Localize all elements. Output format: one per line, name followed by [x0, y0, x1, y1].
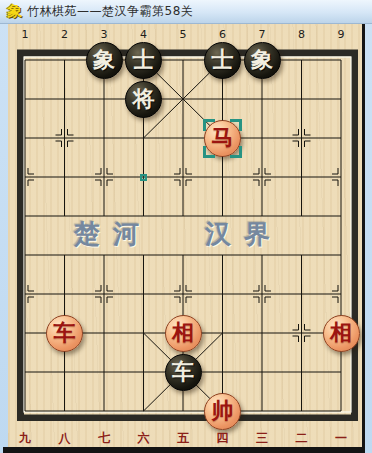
- intersection-9-2[interactable]: [321, 80, 361, 119]
- intersection-8-8[interactable]: [282, 314, 322, 353]
- file-label-top-9: 9: [331, 28, 351, 41]
- file-label-bottom-4: 六: [133, 430, 155, 447]
- intersection-1-2[interactable]: [5, 80, 45, 119]
- intersection-7-9[interactable]: [242, 353, 282, 392]
- file-label-top-8: 8: [292, 28, 312, 41]
- file-label-bottom-8: 二: [291, 430, 313, 447]
- file-label-bottom-1: 九: [14, 430, 36, 447]
- piece-black-士[interactable]: 士: [204, 42, 241, 79]
- intersection-7-7[interactable]: [242, 275, 282, 314]
- intersection-4-5[interactable]: [124, 197, 164, 236]
- intersection-8-7[interactable]: [282, 275, 322, 314]
- file-label-bottom-6: 四: [212, 430, 234, 447]
- file-label-bottom-7: 三: [251, 430, 273, 447]
- intersection-5-7[interactable]: [163, 275, 203, 314]
- intersection-6-1[interactable]: 士: [203, 41, 243, 80]
- piece-red-相[interactable]: 相: [323, 315, 360, 352]
- intersection-2-5[interactable]: [45, 197, 85, 236]
- intersection-9-9[interactable]: [321, 353, 361, 392]
- intersection-3-6[interactable]: [84, 236, 124, 275]
- app-window: 象 竹林棋苑——楚汉争霸第58关 123456789 楚河 汉界 象士士象将马车…: [0, 0, 372, 453]
- piece-red-马[interactable]: 马: [204, 120, 241, 157]
- intersection-7-2[interactable]: [242, 80, 282, 119]
- intersection-4-6[interactable]: [124, 236, 164, 275]
- intersection-3-1[interactable]: 象: [84, 41, 124, 80]
- intersection-1-8[interactable]: [5, 314, 45, 353]
- piece-glyph: 车: [54, 322, 76, 344]
- intersection-9-10[interactable]: [321, 392, 361, 431]
- intersection-2-10[interactable]: [45, 392, 85, 431]
- window-title: 竹林棋苑——楚汉争霸第58关: [27, 3, 193, 20]
- intersection-8-2[interactable]: [282, 80, 322, 119]
- piece-glyph: 帅: [212, 400, 234, 422]
- titlebar[interactable]: 象 竹林棋苑——楚汉争霸第58关: [0, 0, 372, 24]
- intersection-2-6[interactable]: [45, 236, 85, 275]
- intersection-4-3[interactable]: [124, 119, 164, 158]
- window-bottom-border: [3, 447, 365, 453]
- intersection-8-1[interactable]: [282, 41, 322, 80]
- window-right-border: [362, 24, 365, 453]
- intersection-8-9[interactable]: [282, 353, 322, 392]
- intersection-7-8[interactable]: [242, 314, 282, 353]
- intersection-1-9[interactable]: [5, 353, 45, 392]
- intersection-6-4[interactable]: [203, 158, 243, 197]
- intersection-8-5[interactable]: [282, 197, 322, 236]
- intersection-7-4[interactable]: [242, 158, 282, 197]
- intersection-7-1[interactable]: 象: [242, 41, 282, 80]
- intersection-4-8[interactable]: [124, 314, 164, 353]
- piece-glyph: 将: [133, 88, 155, 110]
- intersection-9-5[interactable]: [321, 197, 361, 236]
- intersection-1-10[interactable]: [5, 392, 45, 431]
- board-grid: 象士士象将马车相相车帅: [5, 41, 361, 431]
- intersection-8-6[interactable]: [282, 236, 322, 275]
- intersection-5-5[interactable]: [163, 197, 203, 236]
- intersection-2-2[interactable]: [45, 80, 85, 119]
- file-label-top-4: 4: [134, 28, 154, 41]
- intersection-9-8[interactable]: 相: [321, 314, 361, 353]
- piece-black-象[interactable]: 象: [244, 42, 281, 79]
- file-label-top-2: 2: [55, 28, 75, 41]
- app-icon: 象: [7, 4, 22, 19]
- intersection-6-10[interactable]: 帅: [203, 392, 243, 431]
- intersection-2-9[interactable]: [45, 353, 85, 392]
- piece-glyph: 车: [172, 361, 194, 383]
- piece-glyph: 象: [93, 49, 115, 71]
- intersection-5-3[interactable]: [163, 119, 203, 158]
- intersection-7-3[interactable]: [242, 119, 282, 158]
- intersection-3-4[interactable]: [84, 158, 124, 197]
- piece-red-车[interactable]: 车: [46, 315, 83, 352]
- bottom-coordinates: 九八七六五四三二一: [8, 428, 362, 447]
- intersection-2-4[interactable]: [45, 158, 85, 197]
- piece-black-象[interactable]: 象: [86, 42, 123, 79]
- intersection-1-5[interactable]: [5, 197, 45, 236]
- intersection-8-3[interactable]: [282, 119, 322, 158]
- intersection-2-3[interactable]: [45, 119, 85, 158]
- intersection-9-1[interactable]: [321, 41, 361, 80]
- intersection-4-7[interactable]: [124, 275, 164, 314]
- intersection-5-1[interactable]: [163, 41, 203, 80]
- intersection-4-10[interactable]: [124, 392, 164, 431]
- intersection-4-1[interactable]: 士: [124, 41, 164, 80]
- piece-glyph: 马: [212, 127, 234, 149]
- file-label-bottom-2: 八: [54, 430, 76, 447]
- intersection-1-6[interactable]: [5, 236, 45, 275]
- intersection-9-7[interactable]: [321, 275, 361, 314]
- intersection-8-4[interactable]: [282, 158, 322, 197]
- intersection-6-6[interactable]: [203, 236, 243, 275]
- piece-red-帅[interactable]: 帅: [204, 393, 241, 430]
- intersection-6-7[interactable]: [203, 275, 243, 314]
- intersection-5-6[interactable]: [163, 236, 203, 275]
- intersection-7-6[interactable]: [242, 236, 282, 275]
- intersection-5-8[interactable]: 相: [163, 314, 203, 353]
- intersection-3-9[interactable]: [84, 353, 124, 392]
- intersection-3-10[interactable]: [84, 392, 124, 431]
- intersection-3-8[interactable]: [84, 314, 124, 353]
- intersection-1-3[interactable]: [5, 119, 45, 158]
- intersection-1-1[interactable]: [5, 41, 45, 80]
- intersection-6-5[interactable]: [203, 197, 243, 236]
- intersection-6-8[interactable]: [203, 314, 243, 353]
- file-label-bottom-3: 七: [93, 430, 115, 447]
- intersection-3-2[interactable]: [84, 80, 124, 119]
- intersection-3-7[interactable]: [84, 275, 124, 314]
- intersection-9-6[interactable]: [321, 236, 361, 275]
- intersection-9-3[interactable]: [321, 119, 361, 158]
- intersection-4-2[interactable]: 将: [124, 80, 164, 119]
- piece-red-相[interactable]: 相: [165, 315, 202, 352]
- file-label-top-6: 6: [213, 28, 233, 41]
- intersection-7-10[interactable]: [242, 392, 282, 431]
- intersection-2-1[interactable]: [45, 41, 85, 80]
- piece-glyph: 相: [172, 322, 194, 344]
- intersection-3-5[interactable]: [84, 197, 124, 236]
- intersection-5-2[interactable]: [163, 80, 203, 119]
- piece-black-将[interactable]: 将: [125, 81, 162, 118]
- intersection-7-5[interactable]: [242, 197, 282, 236]
- file-label-top-3: 3: [94, 28, 114, 41]
- xiangqi-board: 楚河 汉界 象士士象将马车相相车帅: [8, 48, 362, 421]
- content-area: 123456789 楚河 汉界 象士士象将马车相相车帅 九八七六五四三二一: [8, 24, 362, 447]
- move-origin-marker: [140, 174, 147, 181]
- file-label-top-7: 7: [252, 28, 272, 41]
- intersection-6-9[interactable]: [203, 353, 243, 392]
- piece-glyph: 士: [133, 49, 155, 71]
- intersection-2-8[interactable]: 车: [45, 314, 85, 353]
- intersection-1-7[interactable]: [5, 275, 45, 314]
- intersection-5-10[interactable]: [163, 392, 203, 431]
- piece-black-车[interactable]: 车: [165, 354, 202, 391]
- intersection-9-4[interactable]: [321, 158, 361, 197]
- intersection-4-9[interactable]: [124, 353, 164, 392]
- intersection-5-9[interactable]: 车: [163, 353, 203, 392]
- intersection-6-2[interactable]: [203, 80, 243, 119]
- piece-glyph: 相: [330, 322, 352, 344]
- file-label-top-1: 1: [15, 28, 35, 41]
- intersection-5-4[interactable]: [163, 158, 203, 197]
- piece-black-士[interactable]: 士: [125, 42, 162, 79]
- intersection-2-7[interactable]: [45, 275, 85, 314]
- intersection-6-3[interactable]: 马: [203, 119, 243, 158]
- piece-glyph: 士: [212, 49, 234, 71]
- file-label-top-5: 5: [173, 28, 193, 41]
- intersection-1-4[interactable]: [5, 158, 45, 197]
- file-label-bottom-9: 一: [330, 430, 352, 447]
- intersection-8-10[interactable]: [282, 392, 322, 431]
- piece-glyph: 象: [251, 49, 273, 71]
- intersection-3-3[interactable]: [84, 119, 124, 158]
- file-label-bottom-5: 五: [172, 430, 194, 447]
